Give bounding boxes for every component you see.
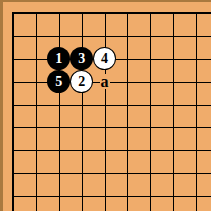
- go-board: 13452a: [0, 0, 211, 211]
- intersection-8-5: [162, 93, 185, 116]
- intersection-8-8: [162, 162, 185, 185]
- intersection-8-6: [162, 116, 185, 139]
- intersection-7-8: [139, 162, 162, 185]
- intersection-3-5: [47, 93, 70, 116]
- intersection-2-4: [24, 70, 47, 93]
- intersection-9-5: [185, 93, 208, 116]
- intersection-4-1: [70, 2, 93, 25]
- intersection-9-9: [185, 185, 208, 208]
- black-stone-move-3: 3: [70, 47, 93, 70]
- intersection-4-6: [70, 116, 93, 139]
- intersection-4-7: [70, 139, 93, 162]
- move-number: 3: [78, 50, 85, 66]
- intersection-2-8: [24, 162, 47, 185]
- intersection-7-7: [139, 139, 162, 162]
- intersection-1-8: [2, 162, 25, 185]
- intersection-8-7: [162, 139, 185, 162]
- intersection-5-5: [93, 93, 116, 116]
- intersection-6-3: [116, 47, 139, 70]
- black-stone-move-5: 5: [47, 70, 70, 93]
- intersection-8-4: [162, 70, 185, 93]
- intersection-5-3: 4: [93, 47, 116, 70]
- intersection-9-7: [185, 139, 208, 162]
- intersection-5-8: [93, 162, 116, 185]
- intersection-2-6: [24, 116, 47, 139]
- move-number: 4: [101, 50, 108, 66]
- intersection-6-5: [116, 93, 139, 116]
- intersection-5-4: a: [93, 70, 116, 93]
- intersection-7-5: [139, 93, 162, 116]
- intersection-1-6: [2, 116, 25, 139]
- intersection-9-8: [185, 162, 208, 185]
- intersection-8-9: [162, 185, 185, 208]
- intersection-1-5: [2, 93, 25, 116]
- intersection-2-3: [24, 47, 47, 70]
- intersection-8-2: [162, 24, 185, 47]
- intersection-5-2: [93, 24, 116, 47]
- black-stone-move-1: 1: [47, 47, 70, 70]
- point-label-a: a: [100, 74, 110, 89]
- intersection-3-6: [47, 116, 70, 139]
- intersection-3-2: [47, 24, 70, 47]
- board-grid: 13452a: [2, 2, 208, 208]
- move-number: 2: [78, 73, 85, 89]
- intersection-7-1: [139, 2, 162, 25]
- intersection-7-9: [139, 185, 162, 208]
- intersection-4-8: [70, 162, 93, 185]
- intersection-6-1: [116, 2, 139, 25]
- intersection-3-3: 1: [47, 47, 70, 70]
- intersection-1-7: [2, 139, 25, 162]
- intersection-9-4: [185, 70, 208, 93]
- intersection-5-6: [93, 116, 116, 139]
- intersection-5-7: [93, 139, 116, 162]
- intersection-2-2: [24, 24, 47, 47]
- intersection-7-6: [139, 116, 162, 139]
- move-number: 1: [55, 50, 62, 66]
- intersection-6-8: [116, 162, 139, 185]
- intersection-6-4: [116, 70, 139, 93]
- intersection-9-6: [185, 116, 208, 139]
- intersection-9-1: [185, 2, 208, 25]
- intersection-6-7: [116, 139, 139, 162]
- intersection-2-5: [24, 93, 47, 116]
- intersection-4-9: [70, 185, 93, 208]
- intersection-4-3: 3: [70, 47, 93, 70]
- intersection-5-9: [93, 185, 116, 208]
- move-number: 5: [55, 73, 62, 89]
- intersection-1-3: [2, 47, 25, 70]
- intersection-1-2: [2, 24, 25, 47]
- intersection-2-9: [24, 185, 47, 208]
- intersection-9-3: [185, 47, 208, 70]
- intersection-5-1: [93, 2, 116, 25]
- intersection-3-7: [47, 139, 70, 162]
- intersection-7-4: [139, 70, 162, 93]
- intersection-2-1: [24, 2, 47, 25]
- intersection-4-5: [70, 93, 93, 116]
- intersection-4-4: 2: [70, 70, 93, 93]
- intersection-2-7: [24, 139, 47, 162]
- intersection-3-9: [47, 185, 70, 208]
- intersection-6-9: [116, 185, 139, 208]
- intersection-9-2: [185, 24, 208, 47]
- intersection-8-1: [162, 2, 185, 25]
- white-stone-move-2: 2: [70, 70, 93, 93]
- intersection-6-2: [116, 24, 139, 47]
- intersection-8-3: [162, 47, 185, 70]
- intersection-3-8: [47, 162, 70, 185]
- intersection-7-2: [139, 24, 162, 47]
- intersection-1-9: [2, 185, 25, 208]
- intersection-3-4: 5: [47, 70, 70, 93]
- intersection-1-4: [2, 70, 25, 93]
- intersection-4-2: [70, 24, 93, 47]
- intersection-6-6: [116, 116, 139, 139]
- intersection-3-1: [47, 2, 70, 25]
- intersection-7-3: [139, 47, 162, 70]
- white-stone-move-4: 4: [93, 47, 116, 70]
- intersection-1-1: [2, 2, 25, 25]
